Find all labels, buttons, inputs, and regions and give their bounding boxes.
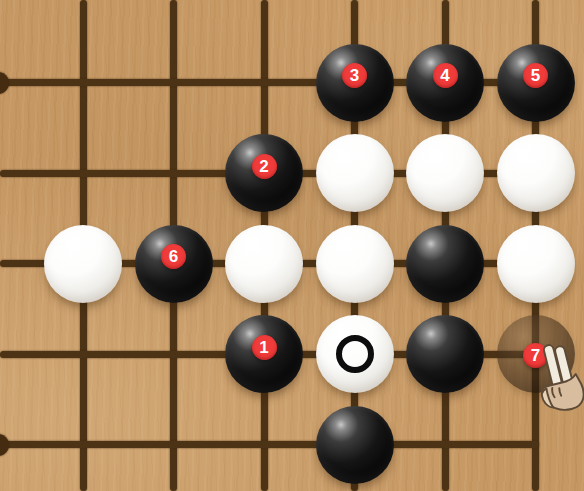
black-stone-J7: 5 (497, 44, 575, 122)
black-stone-F6: 2 (225, 134, 303, 212)
move-number-badge: 4 (433, 63, 458, 88)
white-stone-G5 (316, 225, 394, 303)
black-stone-G7: 3 (316, 44, 394, 122)
stone-body (316, 406, 394, 484)
circle-marker (336, 335, 374, 373)
white-stone-J6 (497, 134, 575, 212)
black-stone-E5: 6 (135, 225, 213, 303)
stone-body (406, 134, 484, 212)
black-stone-H7: 4 (406, 44, 484, 122)
stone-body (497, 134, 575, 212)
move-number-badge: 5 (523, 63, 548, 88)
stone-body (406, 225, 484, 303)
stone-body (316, 225, 394, 303)
move-number-badge: 3 (342, 63, 367, 88)
move-number-badge: 1 (252, 335, 277, 360)
white-stone-H6 (406, 134, 484, 212)
black-stone-F4: 1 (225, 315, 303, 393)
go-board[interactable]: 3452617 (0, 0, 584, 491)
black-stone-G3 (316, 406, 394, 484)
white-stone-G4 (316, 315, 394, 393)
stone-body (406, 315, 484, 393)
edge-star-point (0, 434, 9, 456)
white-stone-F5 (225, 225, 303, 303)
stone-body (316, 134, 394, 212)
black-stone-H5 (406, 225, 484, 303)
stone-body (225, 225, 303, 303)
move-number-badge: 6 (161, 244, 186, 269)
board-horizontal-line (0, 441, 539, 448)
move-number-badge: 2 (252, 154, 277, 179)
white-stone-G6 (316, 134, 394, 212)
stone-body (44, 225, 122, 303)
black-stone-H4 (406, 315, 484, 393)
edge-star-point (0, 72, 9, 94)
tap-hand-cursor (531, 340, 584, 418)
stone-body (497, 225, 575, 303)
white-stone-J5 (497, 225, 575, 303)
white-stone-D5 (44, 225, 122, 303)
